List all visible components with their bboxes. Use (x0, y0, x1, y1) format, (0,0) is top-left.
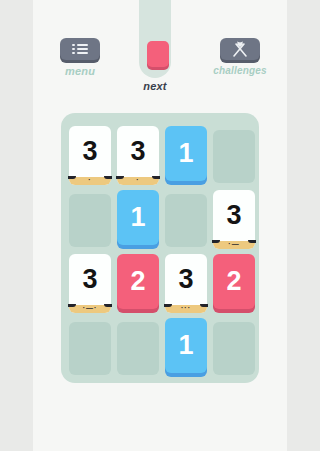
card-face-marks: ·—· (69, 304, 111, 312)
next-label: next (115, 80, 195, 92)
card-bottom-strip: · (117, 177, 159, 185)
card-value: 3 (213, 190, 255, 240)
card-face-marks: · (117, 176, 159, 184)
crossed-flags-icon (229, 41, 251, 58)
card-1[interactable]: 1 (165, 126, 207, 181)
challenges-label: challenges (190, 65, 287, 76)
card-value: 3 (165, 254, 207, 304)
card-2[interactable]: 2 (117, 254, 159, 309)
card-3[interactable]: 3··· (165, 254, 207, 313)
card-face-marks: · (69, 176, 111, 184)
card-face-marks: ·— (213, 240, 255, 248)
card-bottom-strip: ·— (213, 241, 255, 249)
board-cell (117, 322, 159, 375)
card-bottom-strip: ·—· (69, 305, 111, 313)
game-board[interactable]: 3·3·113·—3·—·23···21 (61, 113, 259, 383)
next-card (147, 41, 169, 67)
next-card-column (139, 0, 171, 78)
card-2[interactable]: 2 (213, 254, 255, 309)
board-cell (69, 322, 111, 375)
card-3[interactable]: 3· (69, 126, 111, 185)
board-cell (213, 130, 255, 183)
card-bottom-strip: · (69, 177, 111, 185)
card-value: 2 (117, 254, 159, 309)
menu-label: menu (40, 65, 120, 77)
list-icon (72, 44, 88, 54)
card-value: 1 (117, 190, 159, 245)
card-value: 3 (117, 126, 159, 176)
board-cell (213, 322, 255, 375)
card-value: 1 (165, 318, 207, 373)
threes-app-screen: next menu challenges 3·3·113·—3·—·23···2… (33, 0, 287, 451)
card-bottom-strip: ··· (165, 305, 207, 313)
card-1[interactable]: 1 (117, 190, 159, 245)
card-face-marks: ··· (165, 304, 207, 312)
card-value: 1 (165, 126, 207, 181)
challenges-button[interactable] (220, 38, 260, 60)
card-value: 2 (213, 254, 255, 309)
board-cell (69, 194, 111, 247)
card-3[interactable]: 3· (117, 126, 159, 185)
card-1[interactable]: 1 (165, 318, 207, 373)
card-value: 3 (69, 126, 111, 176)
card-value: 3 (69, 254, 111, 304)
card-3[interactable]: 3·—· (69, 254, 111, 313)
board-cell (165, 194, 207, 247)
menu-button[interactable] (60, 38, 100, 60)
card-3[interactable]: 3·— (213, 190, 255, 249)
